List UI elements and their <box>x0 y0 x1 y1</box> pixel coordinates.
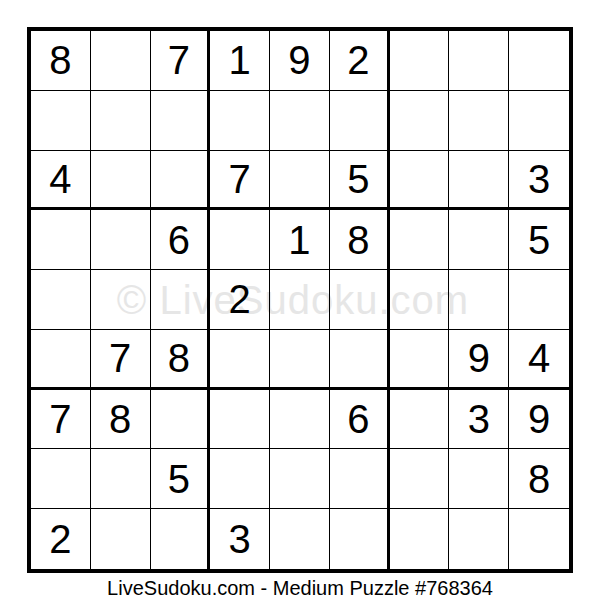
sudoku-cell-r1c8 <box>449 31 509 91</box>
sudoku-cell-r6c5 <box>270 330 330 390</box>
sudoku-cell-r1c2 <box>91 31 151 91</box>
sudoku-cell-r8c3: 5 <box>151 449 211 509</box>
sudoku-cell-r2c3 <box>151 91 211 151</box>
sudoku-cell-r3c7 <box>390 151 450 211</box>
given-digit: 8 <box>528 459 550 499</box>
sudoku-cell-r5c1 <box>31 270 91 330</box>
given-digit: 5 <box>528 220 550 260</box>
sudoku-cell-r6c3: 8 <box>151 330 211 390</box>
sudoku-cell-r4c9: 5 <box>509 210 569 270</box>
sudoku-cell-r8c1 <box>31 449 91 509</box>
sudoku-cell-r9c9 <box>509 509 569 569</box>
given-digit: 8 <box>49 40 71 80</box>
sudoku-cell-r6c4 <box>210 330 270 390</box>
sudoku-cell-r3c4: 7 <box>210 151 270 211</box>
sudoku-cell-r7c2: 8 <box>91 390 151 450</box>
sudoku-cell-r1c3: 7 <box>151 31 211 91</box>
given-digit: 7 <box>49 399 71 439</box>
given-digit: 9 <box>468 338 490 378</box>
sudoku-cell-r9c6 <box>330 509 390 569</box>
sudoku-cell-r2c5 <box>270 91 330 151</box>
sudoku-cell-r5c7 <box>390 270 450 330</box>
sudoku-cell-r5c8 <box>449 270 509 330</box>
sudoku-cell-r6c1 <box>31 330 91 390</box>
sudoku-cell-r2c4 <box>210 91 270 151</box>
sudoku-cell-r4c5: 1 <box>270 210 330 270</box>
sudoku-cell-r3c3 <box>151 151 211 211</box>
sudoku-cell-r7c6: 6 <box>330 390 390 450</box>
given-digit: 7 <box>168 40 190 80</box>
sudoku-cell-r5c4: 2 <box>210 270 270 330</box>
sudoku-cell-r1c5: 9 <box>270 31 330 91</box>
sudoku-cell-r9c2 <box>91 509 151 569</box>
sudoku-cell-r7c8: 3 <box>449 390 509 450</box>
sudoku-cell-r3c2 <box>91 151 151 211</box>
given-digit: 3 <box>468 399 490 439</box>
given-digit: 9 <box>288 40 310 80</box>
sudoku-cell-r6c6 <box>330 330 390 390</box>
given-digit: 3 <box>229 519 251 559</box>
sudoku-cell-r2c8 <box>449 91 509 151</box>
sudoku-cell-r9c7 <box>390 509 450 569</box>
sudoku-cell-r8c5 <box>270 449 330 509</box>
sudoku-cell-r7c3 <box>151 390 211 450</box>
sudoku-cell-r2c7 <box>390 91 450 151</box>
puzzle-caption: LiveSudoku.com - Medium Puzzle #768364 <box>0 577 600 600</box>
sudoku-cell-r8c8 <box>449 449 509 509</box>
sudoku-cell-r6c7 <box>390 330 450 390</box>
given-digit: 6 <box>347 399 369 439</box>
sudoku-cell-r4c7 <box>390 210 450 270</box>
sudoku-cell-r6c9: 4 <box>509 330 569 390</box>
sudoku-cell-r7c9: 9 <box>509 390 569 450</box>
given-digit: 2 <box>229 279 251 319</box>
sudoku-cell-r2c2 <box>91 91 151 151</box>
sudoku-cell-r1c7 <box>390 31 450 91</box>
sudoku-cell-r8c7 <box>390 449 450 509</box>
sudoku-cell-r8c6 <box>330 449 390 509</box>
sudoku-cell-r5c3 <box>151 270 211 330</box>
given-digit: 8 <box>168 338 190 378</box>
given-digit: 2 <box>49 519 71 559</box>
sudoku-cell-r8c2 <box>91 449 151 509</box>
given-digit: 5 <box>168 459 190 499</box>
sudoku-cell-r3c1: 4 <box>31 151 91 211</box>
sudoku-cell-r5c5 <box>270 270 330 330</box>
given-digit: 1 <box>229 40 251 80</box>
given-digit: 8 <box>347 220 369 260</box>
sudoku-cell-r4c1 <box>31 210 91 270</box>
sudoku-cell-r5c9 <box>509 270 569 330</box>
sudoku-cell-r4c3: 6 <box>151 210 211 270</box>
sudoku-cell-r4c8 <box>449 210 509 270</box>
sudoku-cell-r3c6: 5 <box>330 151 390 211</box>
sudoku-cell-r1c1: 8 <box>31 31 91 91</box>
given-digit: 5 <box>347 159 369 199</box>
given-digit: 2 <box>347 40 369 80</box>
sudoku-cell-r1c6: 2 <box>330 31 390 91</box>
sudoku-grid: 871924753618527894786395823 <box>31 31 569 569</box>
puzzle-page: © LiveSudoku.com 87192475361852789478639… <box>0 0 600 615</box>
sudoku-cell-r7c7 <box>390 390 450 450</box>
sudoku-cell-r7c4 <box>210 390 270 450</box>
sudoku-board: © LiveSudoku.com 87192475361852789478639… <box>27 27 573 573</box>
sudoku-cell-r9c4: 3 <box>210 509 270 569</box>
given-digit: 8 <box>109 399 131 439</box>
sudoku-cell-r4c4 <box>210 210 270 270</box>
sudoku-cell-r9c1: 2 <box>31 509 91 569</box>
given-digit: 6 <box>168 220 190 260</box>
sudoku-cell-r7c1: 7 <box>31 390 91 450</box>
given-digit: 1 <box>288 220 310 260</box>
given-digit: 4 <box>49 159 71 199</box>
sudoku-cell-r4c6: 8 <box>330 210 390 270</box>
sudoku-cell-r3c5 <box>270 151 330 211</box>
sudoku-cell-r1c9 <box>509 31 569 91</box>
sudoku-cell-r3c8 <box>449 151 509 211</box>
sudoku-cell-r2c6 <box>330 91 390 151</box>
sudoku-cell-r3c9: 3 <box>509 151 569 211</box>
sudoku-cell-r8c4 <box>210 449 270 509</box>
sudoku-cell-r9c3 <box>151 509 211 569</box>
given-digit: 9 <box>528 399 550 439</box>
sudoku-cell-r2c9 <box>509 91 569 151</box>
given-digit: 3 <box>528 159 550 199</box>
given-digit: 7 <box>229 159 251 199</box>
sudoku-cell-r9c8 <box>449 509 509 569</box>
sudoku-cell-r6c2: 7 <box>91 330 151 390</box>
sudoku-cell-r4c2 <box>91 210 151 270</box>
sudoku-cell-r1c4: 1 <box>210 31 270 91</box>
sudoku-cell-r7c5 <box>270 390 330 450</box>
given-digit: 7 <box>109 338 131 378</box>
sudoku-cell-r9c5 <box>270 509 330 569</box>
sudoku-cell-r2c1 <box>31 91 91 151</box>
given-digit: 4 <box>528 338 550 378</box>
sudoku-cell-r8c9: 8 <box>509 449 569 509</box>
sudoku-cell-r5c6 <box>330 270 390 330</box>
sudoku-cell-r5c2 <box>91 270 151 330</box>
sudoku-cell-r6c8: 9 <box>449 330 509 390</box>
